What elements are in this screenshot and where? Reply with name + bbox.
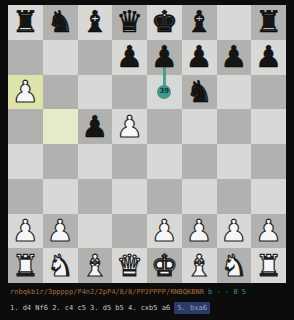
- square-g3[interactable]: [217, 179, 252, 214]
- white-pawn[interactable]: ♟: [12, 214, 39, 248]
- white-king[interactable]: ♚: [151, 249, 178, 283]
- square-f6[interactable]: ♞: [182, 75, 217, 110]
- current-move[interactable]: 5. bxa6: [174, 302, 210, 314]
- white-rook[interactable]: ♜: [12, 249, 39, 283]
- white-pawn[interactable]: ♟: [12, 75, 39, 109]
- white-queen[interactable]: ♛: [116, 249, 143, 283]
- chess-app: { "game": "chess", "position": { "fen": …: [0, 0, 294, 320]
- square-d8[interactable]: ♛: [112, 5, 147, 40]
- fen-text: rnbqkb1r/3ppppp/P4n2/2pP4/8/8/PP2PPPP/RN…: [10, 287, 290, 298]
- black-pawn[interactable]: ♟: [255, 40, 282, 74]
- black-knight[interactable]: ♞: [47, 5, 74, 39]
- square-h3[interactable]: [251, 179, 286, 214]
- white-pawn[interactable]: ♟: [220, 214, 247, 248]
- square-a5[interactable]: [8, 109, 43, 144]
- square-d7[interactable]: ♟: [112, 40, 147, 75]
- square-g6[interactable]: [217, 75, 252, 110]
- square-b5[interactable]: [43, 109, 78, 144]
- square-a7[interactable]: [8, 40, 43, 75]
- square-f5[interactable]: [182, 109, 217, 144]
- move-list[interactable]: 1. d4 Nf6 2. c4 c5 3. d5 b5 4. cxb5 a6 5…: [10, 303, 290, 314]
- square-b6[interactable]: [43, 75, 78, 110]
- white-pawn[interactable]: ♟: [47, 214, 74, 248]
- white-pawn[interactable]: ♟: [151, 214, 178, 248]
- black-pawn[interactable]: ♟: [186, 40, 213, 74]
- white-rook[interactable]: ♜: [255, 249, 282, 283]
- square-f7[interactable]: ♟: [182, 40, 217, 75]
- black-queen[interactable]: ♛: [116, 5, 143, 39]
- square-a4[interactable]: [8, 144, 43, 179]
- square-b3[interactable]: [43, 179, 78, 214]
- black-pawn[interactable]: ♟: [151, 40, 178, 74]
- chess-board: ♜♞♝♛♚♝♜♟♟♟♟♟♟♞♟♟♟♟♟♟♟♟♜♞♝♛♚♝♞♜ 39: [8, 5, 286, 283]
- square-d5[interactable]: ♟: [112, 109, 147, 144]
- black-bishop[interactable]: ♝: [186, 5, 213, 39]
- black-pawn[interactable]: ♟: [116, 40, 143, 74]
- square-e5[interactable]: [147, 109, 182, 144]
- square-e7[interactable]: ♟: [147, 40, 182, 75]
- square-a6[interactable]: ♟: [8, 75, 43, 110]
- square-b8[interactable]: ♞: [43, 5, 78, 40]
- fen-board-part: rnbqkb1r/3ppppp/P4n2/2pP4/8/8/PP2PPPP/RN…: [10, 288, 204, 296]
- black-pawn[interactable]: ♟: [220, 40, 247, 74]
- square-e2[interactable]: ♟: [147, 214, 182, 249]
- black-pawn[interactable]: ♟: [81, 110, 108, 144]
- square-a2[interactable]: ♟: [8, 214, 43, 249]
- square-h8[interactable]: ♜: [251, 5, 286, 40]
- square-h2[interactable]: ♟: [251, 214, 286, 249]
- square-h5[interactable]: [251, 109, 286, 144]
- white-bishop[interactable]: ♝: [81, 249, 108, 283]
- white-pawn[interactable]: ♟: [116, 110, 143, 144]
- square-c6[interactable]: [78, 75, 113, 110]
- square-c8[interactable]: ♝: [78, 5, 113, 40]
- square-e4[interactable]: [147, 144, 182, 179]
- square-c1[interactable]: ♝: [78, 248, 113, 283]
- square-b4[interactable]: [43, 144, 78, 179]
- square-b7[interactable]: [43, 40, 78, 75]
- fen-meta-part: b - - 0 5: [204, 288, 246, 296]
- black-king[interactable]: ♚: [151, 5, 178, 39]
- square-a1[interactable]: ♜: [8, 248, 43, 283]
- square-c2[interactable]: [78, 214, 113, 249]
- black-rook[interactable]: ♜: [255, 5, 282, 39]
- square-f3[interactable]: [182, 179, 217, 214]
- square-c7[interactable]: [78, 40, 113, 75]
- square-h7[interactable]: ♟: [251, 40, 286, 75]
- white-bishop[interactable]: ♝: [186, 249, 213, 283]
- square-e3[interactable]: [147, 179, 182, 214]
- square-g2[interactable]: ♟: [217, 214, 252, 249]
- black-knight[interactable]: ♞: [186, 75, 213, 109]
- square-g8[interactable]: [217, 5, 252, 40]
- moves-played[interactable]: 1. d4 Nf6 2. c4 c5 3. d5 b5 4. cxb5 a6: [10, 304, 174, 312]
- white-pawn[interactable]: ♟: [186, 214, 213, 248]
- black-rook[interactable]: ♜: [12, 5, 39, 39]
- board-squares: ♜♞♝♛♚♝♜♟♟♟♟♟♟♞♟♟♟♟♟♟♟♟♜♞♝♛♚♝♞♜: [8, 5, 286, 283]
- square-a3[interactable]: [8, 179, 43, 214]
- square-d3[interactable]: [112, 179, 147, 214]
- square-e8[interactable]: ♚: [147, 5, 182, 40]
- square-f4[interactable]: [182, 144, 217, 179]
- square-e6[interactable]: [147, 75, 182, 110]
- square-b2[interactable]: ♟: [43, 214, 78, 249]
- square-g4[interactable]: [217, 144, 252, 179]
- square-d4[interactable]: [112, 144, 147, 179]
- white-knight[interactable]: ♞: [47, 249, 74, 283]
- square-f1[interactable]: ♝: [182, 248, 217, 283]
- square-g1[interactable]: ♞: [217, 248, 252, 283]
- black-bishop[interactable]: ♝: [81, 5, 108, 39]
- square-c3[interactable]: [78, 179, 113, 214]
- square-a8[interactable]: ♜: [8, 5, 43, 40]
- square-c4[interactable]: [78, 144, 113, 179]
- square-h6[interactable]: [251, 75, 286, 110]
- white-pawn[interactable]: ♟: [255, 214, 282, 248]
- square-e1[interactable]: ♚: [147, 248, 182, 283]
- square-d1[interactable]: ♛: [112, 248, 147, 283]
- square-g7[interactable]: ♟: [217, 40, 252, 75]
- square-c5[interactable]: ♟: [78, 109, 113, 144]
- square-h1[interactable]: ♜: [251, 248, 286, 283]
- square-f8[interactable]: ♝: [182, 5, 217, 40]
- square-f2[interactable]: ♟: [182, 214, 217, 249]
- square-d2[interactable]: [112, 214, 147, 249]
- white-knight[interactable]: ♞: [220, 249, 247, 283]
- square-g5[interactable]: [217, 109, 252, 144]
- square-d6[interactable]: [112, 75, 147, 110]
- square-h4[interactable]: [251, 144, 286, 179]
- square-b1[interactable]: ♞: [43, 248, 78, 283]
